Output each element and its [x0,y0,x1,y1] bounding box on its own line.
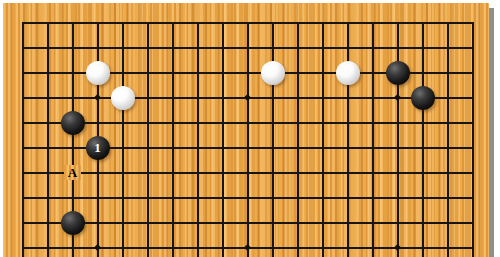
grid-vline [397,22,399,257]
point-label-A[interactable]: A [64,165,81,180]
star-point [244,244,251,251]
grid-vline [372,22,374,257]
star-point [94,94,101,101]
diagram-frame: A1 [0,0,500,257]
grid-vline [422,22,424,257]
black-stone-D14[interactable]: 1 [86,136,110,160]
grid-vline [47,22,49,257]
grid-vline [172,22,174,257]
white-stone-O17[interactable] [336,61,360,85]
grid-vline [447,22,449,257]
star-point [94,244,101,251]
star-point [244,94,251,101]
white-stone-D17[interactable] [86,61,110,85]
star-point [394,94,401,101]
grid-vline [472,22,474,257]
grid-vline [147,22,149,257]
go-board[interactable]: A1 [3,3,489,257]
grid-vline [272,22,274,257]
white-stone-L17[interactable] [261,61,285,85]
grid-vline [22,22,24,257]
grid-vline [297,22,299,257]
grid-vline [347,22,349,257]
star-point [394,244,401,251]
grid-vline [247,22,249,257]
board-drop-shadow [489,8,494,257]
grid-vline [222,22,224,257]
grid-vline [322,22,324,257]
black-stone-R16[interactable] [411,86,435,110]
black-stone-C15[interactable] [61,111,85,135]
black-stone-C11[interactable] [61,211,85,235]
grid-vline [122,22,124,257]
white-stone-E16[interactable] [111,86,135,110]
black-stone-Q17[interactable] [386,61,410,85]
move-number-label: 1 [94,141,101,154]
grid-vline [197,22,199,257]
